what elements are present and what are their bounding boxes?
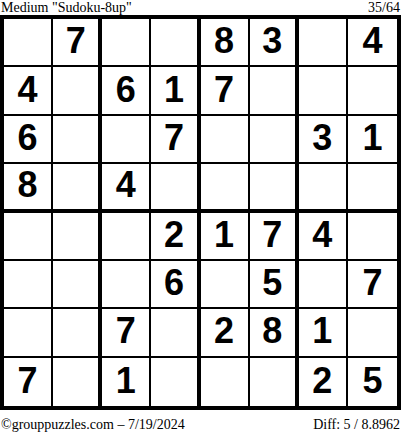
blank-counter: 35/64 — [368, 0, 400, 15]
cell-r8c5 — [201, 358, 250, 406]
cell-r1c4 — [151, 19, 200, 67]
copyright-text: ©grouppuzzles.com – 7/19/2024 — [1, 417, 185, 433]
cell-r2c7 — [299, 67, 348, 115]
cell-r4c3: 4 — [102, 164, 151, 212]
cell-r6c6: 5 — [250, 261, 299, 309]
cell-r7c6: 8 — [250, 309, 299, 357]
cell-r7c2 — [53, 309, 102, 357]
cell-r3c7: 3 — [299, 116, 348, 164]
puzzle-page: Medium "Sudoku-8up" 35/64 78344617673184… — [0, 0, 403, 437]
given-digit: 3 — [312, 120, 332, 156]
given-digit: 6 — [116, 72, 136, 108]
given-digit: 2 — [312, 363, 332, 399]
given-digit: 1 — [312, 313, 332, 349]
given-digit: 5 — [262, 265, 282, 301]
cell-r3c3 — [102, 116, 151, 164]
cell-r8c1: 7 — [4, 358, 53, 406]
cell-r4c7 — [299, 164, 348, 212]
cell-r4c1: 8 — [4, 164, 53, 212]
cell-r6c5 — [201, 261, 250, 309]
cell-r2c5: 7 — [201, 67, 250, 115]
cell-r4c8 — [348, 164, 397, 212]
cell-r1c6: 3 — [250, 19, 299, 67]
given-digit: 6 — [164, 265, 184, 301]
cell-r3c6 — [250, 116, 299, 164]
cell-r7c4 — [151, 309, 200, 357]
header: Medium "Sudoku-8up" 35/64 — [1, 0, 400, 15]
given-digit: 1 — [362, 120, 382, 156]
cell-r1c2: 7 — [53, 19, 102, 67]
cell-r7c5: 2 — [201, 309, 250, 357]
cell-r6c2 — [53, 261, 102, 309]
given-digit: 4 — [362, 23, 382, 59]
cell-r5c6: 7 — [250, 213, 299, 261]
cell-r2c8 — [348, 67, 397, 115]
given-digit: 4 — [312, 217, 332, 253]
cell-r5c3 — [102, 213, 151, 261]
cell-r5c8 — [348, 213, 397, 261]
given-digit: 8 — [262, 313, 282, 349]
cell-r8c4 — [151, 358, 200, 406]
given-digit: 7 — [18, 363, 38, 399]
given-digit: 7 — [214, 72, 234, 108]
puzzle-title: Medium "Sudoku-8up" — [1, 0, 132, 15]
cell-r2c3: 6 — [102, 67, 151, 115]
cell-r3c4: 7 — [151, 116, 200, 164]
given-digit: 2 — [164, 217, 184, 253]
cell-r1c3 — [102, 19, 151, 67]
cell-r6c7 — [299, 261, 348, 309]
cell-r4c6 — [250, 164, 299, 212]
given-digit: 4 — [18, 72, 38, 108]
given-digit: 7 — [66, 23, 86, 59]
cell-r2c2 — [53, 67, 102, 115]
sudoku-board: 78344617673184217465772817125 — [0, 15, 401, 410]
cell-r3c5 — [201, 116, 250, 164]
cell-r2c4: 1 — [151, 67, 200, 115]
given-digit: 1 — [116, 363, 136, 399]
cell-r7c3: 7 — [102, 309, 151, 357]
cell-r3c2 — [53, 116, 102, 164]
cell-r5c1 — [4, 213, 53, 261]
cell-r3c8: 1 — [348, 116, 397, 164]
cell-r4c4 — [151, 164, 200, 212]
cell-r6c4: 6 — [151, 261, 200, 309]
given-digit: 8 — [214, 23, 234, 59]
cell-r4c5 — [201, 164, 250, 212]
given-digit: 2 — [214, 313, 234, 349]
given-digit: 5 — [362, 363, 382, 399]
cell-r7c1 — [4, 309, 53, 357]
given-digit: 3 — [262, 23, 282, 59]
cell-r1c5: 8 — [201, 19, 250, 67]
cell-r1c1 — [4, 19, 53, 67]
cell-r7c7: 1 — [299, 309, 348, 357]
given-digit: 7 — [262, 217, 282, 253]
given-digit: 7 — [116, 313, 136, 349]
footer: ©grouppuzzles.com – 7/19/2024 Diff: 5 / … — [1, 417, 400, 433]
cell-r8c6 — [250, 358, 299, 406]
cell-r6c3 — [102, 261, 151, 309]
cell-r5c5: 1 — [201, 213, 250, 261]
cell-r4c2 — [53, 164, 102, 212]
cell-r5c4: 2 — [151, 213, 200, 261]
given-digit: 6 — [18, 120, 38, 156]
cell-r8c2 — [53, 358, 102, 406]
cell-r1c8: 4 — [348, 19, 397, 67]
cell-r5c7: 4 — [299, 213, 348, 261]
cell-r5c2 — [53, 213, 102, 261]
cell-r8c7: 2 — [299, 358, 348, 406]
cell-r8c3: 1 — [102, 358, 151, 406]
given-digit: 7 — [164, 120, 184, 156]
given-digit: 8 — [18, 167, 38, 203]
cell-r7c8 — [348, 309, 397, 357]
cell-r6c1 — [4, 261, 53, 309]
given-digit: 1 — [164, 72, 184, 108]
given-digit: 4 — [116, 167, 136, 203]
cell-r2c1: 4 — [4, 67, 53, 115]
cell-r6c8: 7 — [348, 261, 397, 309]
cell-r2c6 — [250, 67, 299, 115]
given-digit: 1 — [214, 217, 234, 253]
difficulty-text: Diff: 5 / 8.8962 — [313, 417, 400, 433]
given-digit: 7 — [362, 265, 382, 301]
cell-r3c1: 6 — [4, 116, 53, 164]
cell-r1c7 — [299, 19, 348, 67]
cell-r8c8: 5 — [348, 358, 397, 406]
